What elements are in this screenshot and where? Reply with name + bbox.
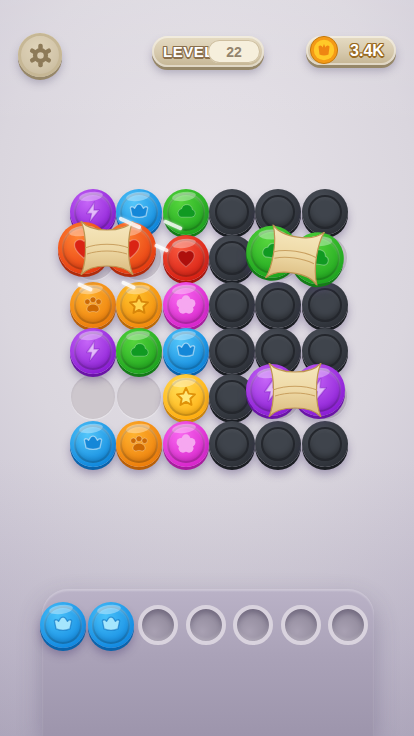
tape-band	[265, 363, 325, 417]
yellow-star-coin[interactable]	[163, 374, 209, 420]
blue-crown-coin[interactable]	[40, 602, 86, 648]
purple-bolt-coin[interactable]	[70, 328, 116, 374]
amber-star-coin[interactable]	[116, 282, 162, 328]
level-banner: LEVEL 22	[152, 36, 264, 67]
black-coin[interactable]	[302, 282, 348, 328]
tray-slot	[233, 605, 273, 645]
orange-paw-coin[interactable]	[70, 282, 116, 328]
green-cloud-coin[interactable]	[116, 328, 162, 374]
game-screen: LEVEL 22 3.4K	[0, 0, 414, 736]
blue-crown-coin[interactable]	[88, 602, 134, 648]
board-slot	[117, 375, 161, 419]
green-cloud-coin[interactable]	[163, 189, 209, 235]
black-coin[interactable]	[302, 421, 348, 467]
level-label: LEVEL	[163, 43, 214, 60]
orange-paw-coin[interactable]	[116, 421, 162, 467]
board-slot	[71, 375, 115, 419]
tray-slot	[281, 605, 321, 645]
level-number: 22	[208, 40, 260, 63]
black-coin[interactable]	[209, 421, 255, 467]
gold-coin-icon	[308, 34, 340, 70]
settings-button[interactable]	[18, 33, 62, 77]
tape-band	[262, 225, 329, 287]
magenta-flower-coin[interactable]	[163, 421, 209, 467]
coin-count-value: 3.4K	[338, 36, 396, 65]
collection-tray	[42, 589, 374, 736]
coin-counter[interactable]: 3.4K	[306, 36, 396, 65]
black-coin[interactable]	[209, 282, 255, 328]
red-heart-coin[interactable]	[163, 235, 209, 281]
puzzle-board	[70, 189, 348, 467]
tray-slot	[138, 605, 178, 645]
blue-crown-coin[interactable]	[163, 328, 209, 374]
black-coin[interactable]	[255, 421, 301, 467]
orangered-heart-taped-pair[interactable]	[58, 222, 156, 274]
blue-crown-coin[interactable]	[70, 421, 116, 467]
tape-band	[77, 221, 137, 275]
gear-icon	[27, 42, 54, 69]
tray-slot	[328, 605, 368, 645]
purple-bolt-taped-pair[interactable]	[246, 364, 344, 416]
black-coin[interactable]	[302, 189, 348, 235]
magenta-flower-coin[interactable]	[163, 282, 209, 328]
black-coin[interactable]	[255, 282, 301, 328]
tray-slot	[186, 605, 226, 645]
